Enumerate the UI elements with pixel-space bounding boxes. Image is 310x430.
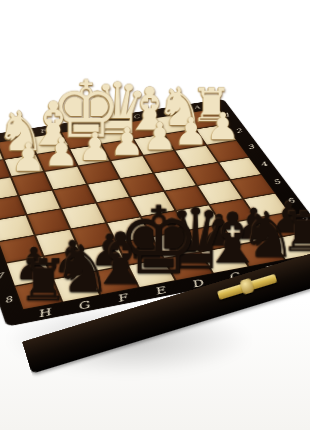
black-rook-h8[interactable]: ♜ [0,254,92,308]
square-f4[interactable] [54,185,95,208]
chess-set-photo: ♜♞♝♚♛♝♞♜♟♟♟♟♟♟♟♟♟♟♟♟♟♟♟♟♜♞♝♚♛♝♞♜ HGFEDCB… [0,0,310,430]
square-g4[interactable] [19,190,60,214]
square-h2[interactable]: ♟ [0,160,9,182]
white-pawn-h2[interactable]: ♟ [0,144,36,181]
square-h8[interactable]: ♜ [15,280,60,309]
chess-board: ♜♞♝♚♛♝♞♜♟♟♟♟♟♟♟♟♟♟♟♟♟♟♟♟♜♞♝♚♛♝♞♜ HGFEDCB… [0,99,310,327]
clasp-knob-icon [240,278,255,295]
